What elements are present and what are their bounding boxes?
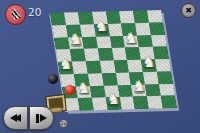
play-step-button[interactable] (29, 106, 54, 130)
red-ball[interactable] (65, 85, 75, 95)
game-stage: ♞♞♞♞♞♞♞♞ ♞ 20 ✖ 2x (0, 0, 200, 133)
white-knight[interactable]: ♞ (76, 81, 92, 96)
speed-label: 2x (60, 121, 66, 126)
white-knight[interactable]: ♞ (141, 55, 157, 70)
white-knight[interactable]: ♞ (131, 79, 147, 94)
white-knight[interactable]: ♞ (68, 32, 84, 47)
rewind-button[interactable] (3, 106, 28, 130)
close-icon: ✖ (185, 7, 192, 15)
white-knight[interactable]: ♞ (94, 19, 110, 34)
white-knight[interactable]: ♞ (123, 31, 139, 46)
striped-knight-icon: ♞ (7, 5, 23, 22)
knight-count-label: 20 (28, 6, 41, 18)
white-knight[interactable]: ♞ (105, 92, 121, 107)
white-knight[interactable]: ♞ (58, 57, 74, 72)
knight-counter-badge: ♞ (5, 4, 26, 25)
black-ball[interactable] (48, 74, 58, 84)
speed-button[interactable]: 2x (59, 119, 68, 128)
close-button[interactable]: ✖ (181, 3, 196, 18)
playback-controls (3, 106, 54, 130)
play-step-icon (36, 114, 39, 123)
